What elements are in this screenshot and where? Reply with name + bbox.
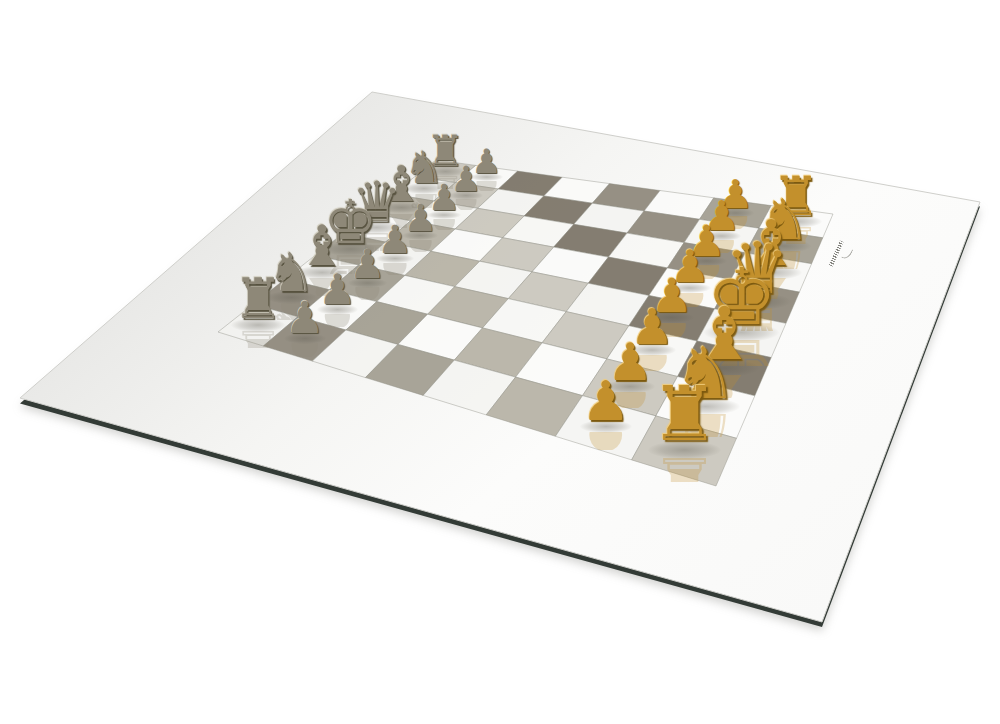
glass-board xyxy=(0,0,1000,724)
stamp-signature xyxy=(841,246,853,260)
product-photo-stage: ♜♜♟♟♞♞♟♟♝♝♟♟♟♟♜♜♛♛♟♟♟♟♞♞♚♚♟♟♟♟♝♝♝♝♟♟♟♟♞♞… xyxy=(0,0,1000,724)
